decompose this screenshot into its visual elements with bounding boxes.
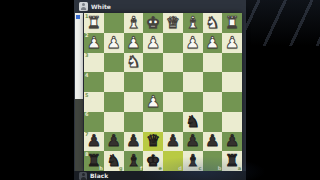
file-label-d: d [178,166,182,171]
chess-board[interactable]: 1♜♝♚♛♝♞♜2♟♟♟♟♟♟♟3♞45♟6♞7♟♟♟♛♟♟♟♟8h♜g♞f♝e… [84,13,242,171]
opponent-player-bar: White [74,0,246,13]
board-square-a7[interactable]: ♟ [222,132,242,152]
board-square-f5[interactable] [124,92,144,112]
board-square-e3[interactable] [143,53,163,73]
board-square-a1[interactable]: ♜ [222,13,242,33]
chess-piece-white-bishop-f1[interactable]: ♝ [126,14,140,30]
chess-piece-white-pawn-h2[interactable]: ♟ [87,34,101,50]
chess-piece-black-rook-h8[interactable]: ♜ [87,153,101,169]
board-square-f4[interactable] [124,72,144,92]
board-square-a3[interactable] [222,53,242,73]
board-square-a8[interactable]: a♜ [222,151,242,171]
chess-piece-black-queen-e7[interactable]: ♛ [146,133,160,149]
file-label-b: b [218,166,222,171]
board-square-g1[interactable] [104,13,124,33]
board-square-e4[interactable] [143,72,163,92]
chess-piece-white-knight-b1[interactable]: ♞ [205,14,219,30]
board-square-b8[interactable]: b [203,151,223,171]
board-square-d1[interactable]: ♛ [163,13,183,33]
chess-piece-black-pawn-h7[interactable]: ♟ [87,133,101,149]
board-square-e8[interactable]: e♚ [143,151,163,171]
board-square-e6[interactable] [143,112,163,132]
rank-label-5: 5 [85,93,88,98]
board-square-a4[interactable] [222,72,242,92]
board-square-c7[interactable]: ♟ [183,132,203,152]
board-square-b1[interactable]: ♞ [203,13,223,33]
board-square-f1[interactable]: ♝ [124,13,144,33]
board-square-h5[interactable]: 5 [84,92,104,112]
board-square-c6[interactable]: ♞ [183,112,203,132]
chess-piece-white-bishop-c1[interactable]: ♝ [185,14,199,30]
board-square-a2[interactable]: ♟ [222,33,242,53]
board-square-f3[interactable]: ♞ [124,53,144,73]
chess-piece-white-pawn-c2[interactable]: ♟ [185,34,199,50]
black-player-avatar[interactable] [79,172,87,180]
sidebar-sliver [75,13,83,99]
chess-piece-black-pawn-b7[interactable]: ♟ [205,133,219,149]
board-square-f7[interactable]: ♟ [124,132,144,152]
board-square-g3[interactable] [104,53,124,73]
white-player-name: White [91,4,111,10]
rank-label-6: 6 [85,112,88,117]
chess-piece-white-king-e1[interactable]: ♚ [146,14,160,30]
board-square-d3[interactable] [163,53,183,73]
board-square-c3[interactable] [183,53,203,73]
chess-piece-black-pawn-d7[interactable]: ♟ [166,133,180,149]
board-square-h1[interactable]: 1♜ [84,13,104,33]
chess-piece-black-pawn-a7[interactable]: ♟ [225,133,239,149]
board-square-g7[interactable]: ♟ [104,132,124,152]
board-square-h3[interactable]: 3 [84,53,104,73]
board-square-c8[interactable]: c♝ [183,151,203,171]
board-square-e7[interactable]: ♛ [143,132,163,152]
board-square-c1[interactable]: ♝ [183,13,203,33]
white-player-avatar[interactable] [79,2,88,11]
screenshot-stage: White 1♜♝♚♛♝♞♜2♟♟♟♟♟♟♟3♞45♟6♞7♟♟♟♛♟♟♟♟8h… [0,0,320,180]
board-square-e2[interactable]: ♟ [143,33,163,53]
board-square-e1[interactable]: ♚ [143,13,163,33]
chess-piece-black-pawn-f7[interactable]: ♟ [126,133,140,149]
board-square-c4[interactable] [183,72,203,92]
own-player-bar: Black [74,171,246,180]
board-square-c5[interactable] [183,92,203,112]
board-square-h7[interactable]: 7♟ [84,132,104,152]
chess-piece-white-rook-a1[interactable]: ♜ [225,14,239,30]
chess-piece-black-pawn-c7[interactable]: ♟ [185,133,199,149]
chess-piece-white-pawn-e2[interactable]: ♟ [146,34,160,50]
chess-piece-white-pawn-f2[interactable]: ♟ [126,34,140,50]
black-player-name: Black [90,173,108,179]
chess-piece-white-pawn-b2[interactable]: ♟ [205,34,219,50]
board-square-d6[interactable] [163,112,183,132]
board-square-f6[interactable] [124,112,144,132]
board-square-d5[interactable] [163,92,183,112]
board-square-a6[interactable] [222,112,242,132]
rank-label-3: 3 [85,53,88,58]
chess-piece-black-bishop-c8[interactable]: ♝ [185,153,199,169]
board-square-d4[interactable] [163,72,183,92]
chess-piece-black-knight-g8[interactable]: ♞ [106,153,120,169]
board-square-g6[interactable] [104,112,124,132]
sidebar-logo-fragment-icon [76,15,80,19]
board-square-g4[interactable] [104,72,124,92]
board-square-e5[interactable]: ♟ [143,92,163,112]
chess-piece-black-knight-c6[interactable]: ♞ [185,113,199,129]
chess-piece-black-pawn-g7[interactable]: ♟ [106,133,120,149]
board-square-a5[interactable] [222,92,242,112]
board-square-g8[interactable]: g♞ [104,151,124,171]
chess-piece-white-knight-f3[interactable]: ♞ [126,54,140,70]
board-square-b5[interactable] [203,92,223,112]
chess-piece-black-king-e8[interactable]: ♚ [146,153,160,169]
chess-piece-white-pawn-a2[interactable]: ♟ [225,34,239,50]
chess-piece-white-queen-d1[interactable]: ♛ [166,14,180,30]
board-square-b7[interactable]: ♟ [203,132,223,152]
board-square-h4[interactable]: 4 [84,72,104,92]
chess-piece-black-bishop-f8[interactable]: ♝ [126,153,140,169]
board-square-d7[interactable]: ♟ [163,132,183,152]
chess-piece-black-rook-a8[interactable]: ♜ [225,153,239,169]
board-square-h8[interactable]: 8h♜ [84,151,104,171]
board-square-b4[interactable] [203,72,223,92]
board-square-f2[interactable]: ♟ [124,33,144,53]
board-square-h2[interactable]: 2♟ [84,33,104,53]
board-square-f8[interactable]: f♝ [124,151,144,171]
board-square-d8[interactable]: d [163,151,183,171]
board-square-b2[interactable]: ♟ [203,33,223,53]
board-square-g5[interactable] [104,92,124,112]
chess-piece-white-pawn-g2[interactable]: ♟ [106,34,120,50]
rank-label-4: 4 [85,73,88,78]
board-square-d2[interactable] [163,33,183,53]
chess-piece-white-rook-h1[interactable]: ♜ [87,14,101,30]
board-square-b6[interactable] [203,112,223,132]
board-square-b3[interactable] [203,53,223,73]
chess-piece-white-pawn-e5[interactable]: ♟ [146,93,160,109]
sidebar-sliver-lower [75,99,83,171]
board-square-g2[interactable]: ♟ [104,33,124,53]
board-square-c2[interactable]: ♟ [183,33,203,53]
board-square-h6[interactable]: 6 [84,112,104,132]
